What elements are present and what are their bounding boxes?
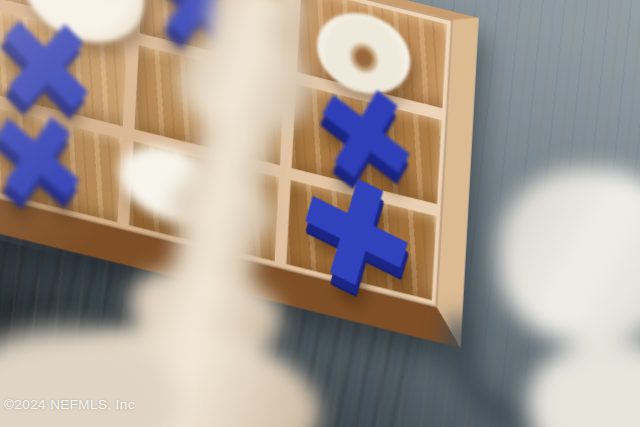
watermark: ©2024 NEFMLS, Inc	[4, 397, 135, 412]
photo-scene: ✚✚✚✚✚ ©2024 NEFMLS, Inc	[0, 0, 640, 427]
pitcher-blurred	[440, 160, 640, 427]
